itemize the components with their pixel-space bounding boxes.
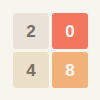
tile-8: 8 xyxy=(52,52,88,88)
page-background: 2 0 4 8 xyxy=(0,0,100,100)
tile-0-value: 0 xyxy=(65,23,74,40)
tile-0: 0 xyxy=(52,13,88,49)
tile-2: 2 xyxy=(13,13,49,49)
2048-board: 2 0 4 8 xyxy=(13,13,88,88)
tile-4-value: 4 xyxy=(26,62,35,79)
tile-4: 4 xyxy=(13,52,49,88)
tile-8-value: 8 xyxy=(65,62,74,79)
tile-2-value: 2 xyxy=(26,23,35,40)
